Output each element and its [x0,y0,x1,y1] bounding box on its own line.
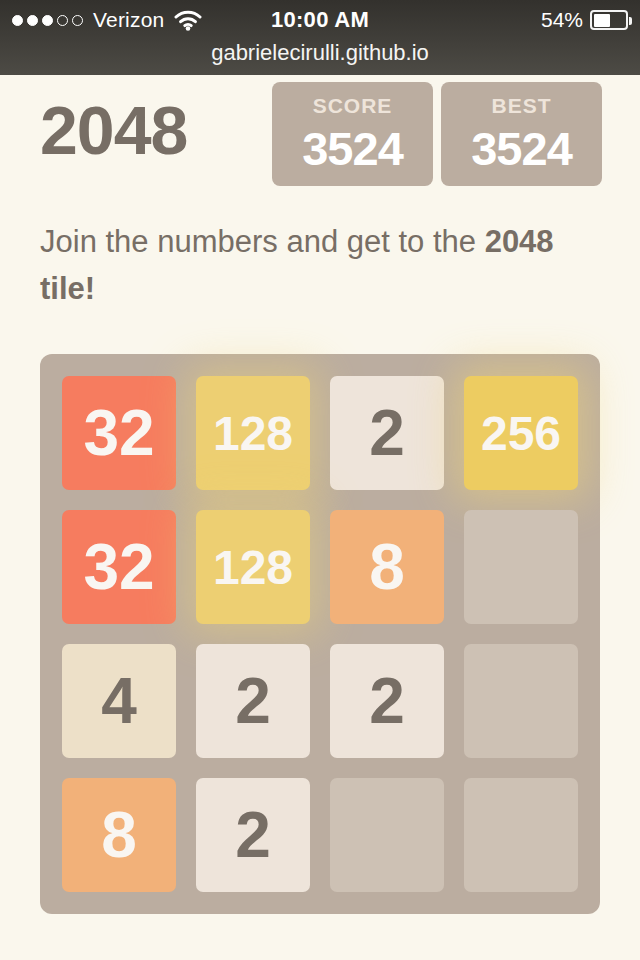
tile-2-r1c3: 2 [330,376,444,490]
best-box: BEST 3524 [441,82,602,186]
signal-dot-filled [27,15,38,26]
best-value: 3524 [471,121,572,176]
wifi-icon [172,10,202,31]
carrier-label: Verizon [93,8,164,32]
signal-dot-empty [72,15,83,26]
signal-dot-filled [42,15,53,26]
url-text: gabrielecirulli.github.io [211,40,429,66]
status-row: Verizon 10:00 AM 54% [0,0,640,40]
signal-dot-filled [12,15,23,26]
empty-cell-r2c4 [464,510,578,624]
empty-cell-r4c3 [330,778,444,892]
game-board[interactable]: 32128225632128842282 [40,354,600,914]
tile-2-r3c3: 2 [330,644,444,758]
empty-cell-r3c4 [464,644,578,758]
tile-128-r1c2: 128 [196,376,310,490]
tile-8-r2c3: 8 [330,510,444,624]
best-label: BEST [491,94,551,118]
tile-32-r2c1: 32 [62,510,176,624]
score-value: 3524 [302,121,403,176]
empty-cell-r4c4 [464,778,578,892]
status-right: 54% [541,8,628,32]
game-title: 2048 [40,96,187,164]
tile-8-r4c1: 8 [62,778,176,892]
tile-128-r2c2: 128 [196,510,310,624]
url-bar[interactable]: gabrielecirulli.github.io [0,40,640,75]
tile-256-r1c4: 256 [464,376,578,490]
scores-panel: SCORE 3524 BEST 3524 [272,82,602,186]
score-box: SCORE 3524 [272,82,433,186]
status-left: Verizon [12,8,202,32]
tile-2-r4c2: 2 [196,778,310,892]
tile-2-r3c2: 2 [196,644,310,758]
instructions-text: Join the numbers and get to the [40,224,485,259]
game-instructions: Join the numbers and get to the 2048 til… [40,218,605,312]
signal-dot-empty [57,15,68,26]
battery-fill [594,14,611,27]
phone-screen: Verizon 10:00 AM 54% gabriel [0,0,640,960]
signal-strength-icon [12,15,83,26]
battery-percent: 54% [541,8,583,32]
tile-32-r1c1: 32 [62,376,176,490]
score-label: SCORE [313,94,393,118]
status-bar: Verizon 10:00 AM 54% gabriel [0,0,640,75]
battery-icon [590,10,628,30]
tile-4-r3c1: 4 [62,644,176,758]
